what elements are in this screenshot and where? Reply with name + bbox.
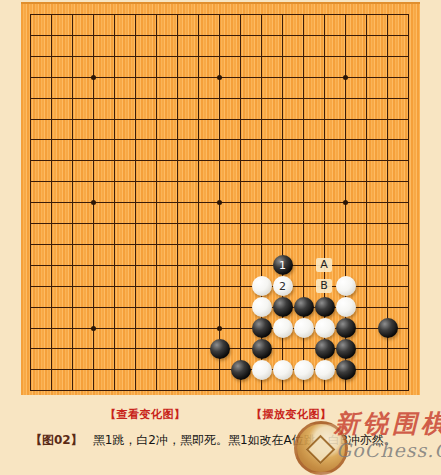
page: 12AB 【查看变化图】 【摆放变化图】 【图02】黑1跳，白2冲，黑即死。黑1… (0, 0, 441, 475)
point-label-A: A (316, 258, 332, 272)
white-stone (315, 318, 335, 338)
black-stone (336, 360, 356, 380)
grid-line-horizontal (30, 265, 409, 266)
star-point (343, 75, 348, 80)
black-stone (336, 339, 356, 359)
figure-label: 【图02】 (30, 433, 83, 447)
white-stone (252, 360, 272, 380)
star-point (91, 200, 96, 205)
white-stone-2: 2 (273, 276, 293, 296)
black-stone (336, 318, 356, 338)
white-stone (315, 360, 335, 380)
black-stone (378, 318, 398, 338)
black-stone (315, 339, 335, 359)
white-stone (252, 276, 272, 296)
grid-line-vertical (408, 14, 409, 391)
black-stone (294, 297, 314, 317)
grid-line-vertical (366, 14, 367, 391)
star-point (91, 75, 96, 80)
white-stone (336, 276, 356, 296)
place-variation-button[interactable]: 【摆放变化图】 (251, 407, 332, 422)
point-label-B: B (316, 279, 332, 293)
star-point (91, 326, 96, 331)
black-stone (231, 360, 251, 380)
grid-line-vertical (240, 14, 241, 391)
black-stone-1: 1 (273, 255, 293, 275)
white-stone (294, 318, 314, 338)
grid-line-horizontal (30, 390, 409, 391)
caption: 【图02】黑1跳，白2冲，黑即死。黑1如改在A位跳，白B冲亦然。 (30, 432, 430, 449)
white-stone (273, 318, 293, 338)
black-stone (210, 339, 230, 359)
caption-text: 黑1跳，白2冲，黑即死。黑1如改在A位跳，白B冲亦然。 (93, 433, 396, 447)
white-stone (294, 360, 314, 380)
black-stone (273, 297, 293, 317)
star-point (217, 326, 222, 331)
black-stone (252, 339, 272, 359)
star-point (217, 200, 222, 205)
white-stone (336, 297, 356, 317)
black-stone (252, 318, 272, 338)
star-point (343, 200, 348, 205)
grid-line-horizontal (30, 244, 409, 245)
black-stone (315, 297, 335, 317)
white-stone (252, 297, 272, 317)
grid-line-horizontal (30, 223, 409, 224)
white-stone (273, 360, 293, 380)
view-variation-button[interactable]: 【查看变化图】 (105, 407, 186, 422)
star-point (217, 75, 222, 80)
go-board: 12AB (21, 2, 420, 395)
